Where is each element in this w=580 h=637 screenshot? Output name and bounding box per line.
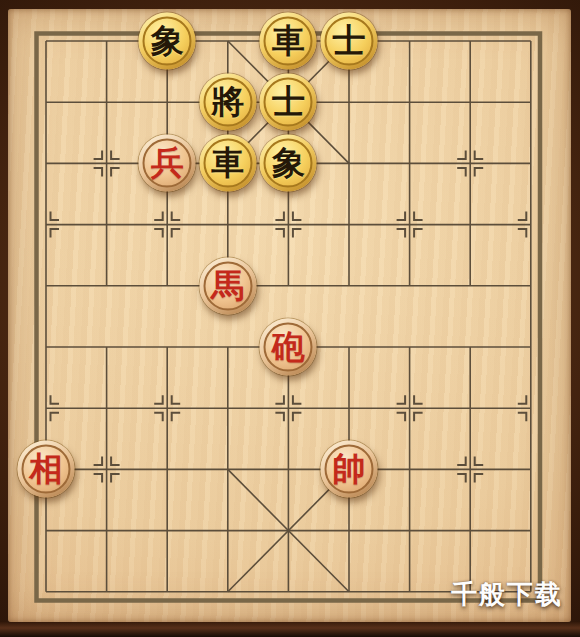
piece-glyph-black-elephant-1: 象: [151, 24, 184, 57]
piece-face: 象: [264, 139, 313, 188]
piece-glyph-black-advisor-2: 士: [272, 85, 305, 118]
piece-glyph-red-horse: 馬: [211, 268, 244, 301]
piece-glyph-black-elephant-2: 象: [272, 146, 305, 179]
piece-glyph-red-cannon: 砲: [272, 330, 305, 363]
piece-face: 象: [143, 17, 192, 66]
xiangqi-board[interactable]: 象車士將士兵車象馬砲相帥: [0, 0, 580, 637]
piece-glyph-black-general: 將: [211, 85, 244, 118]
piece-face: 兵: [143, 139, 192, 188]
piece-face: 帥: [325, 445, 374, 494]
piece-face: 車: [264, 17, 313, 66]
piece-face: 士: [264, 78, 313, 127]
piece-face: 將: [203, 78, 252, 127]
watermark-text: 千般下载: [451, 577, 563, 612]
xiangqi-app: 象車士將士兵車象馬砲相帥 千般下载: [0, 0, 580, 637]
piece-red-cannon[interactable]: 砲: [260, 319, 317, 376]
piece-glyph-black-chariot-1: 車: [272, 24, 305, 57]
piece-glyph-black-advisor-1: 士: [333, 24, 366, 57]
piece-black-elephant-1[interactable]: 象: [139, 13, 196, 70]
piece-red-horse[interactable]: 馬: [199, 257, 256, 314]
piece-black-elephant-2[interactable]: 象: [260, 135, 317, 192]
piece-glyph-red-elephant: 相: [30, 452, 63, 485]
piece-face: 車: [203, 139, 252, 188]
piece-face: 士: [325, 17, 374, 66]
piece-red-soldier[interactable]: 兵: [139, 135, 196, 192]
piece-face: 砲: [264, 323, 313, 372]
piece-black-chariot-2[interactable]: 車: [199, 135, 256, 192]
piece-red-general[interactable]: 帥: [321, 441, 378, 498]
piece-face: 馬: [203, 261, 252, 310]
piece-red-elephant[interactable]: 相: [18, 441, 75, 498]
piece-black-advisor-2[interactable]: 士: [260, 74, 317, 131]
piece-black-advisor-1[interactable]: 士: [321, 13, 378, 70]
piece-black-chariot-1[interactable]: 車: [260, 13, 317, 70]
piece-glyph-black-chariot-2: 車: [211, 146, 244, 179]
piece-glyph-red-soldier: 兵: [151, 146, 184, 179]
piece-glyph-red-general: 帥: [333, 452, 366, 485]
piece-black-general[interactable]: 將: [199, 74, 256, 131]
piece-face: 相: [22, 445, 71, 494]
